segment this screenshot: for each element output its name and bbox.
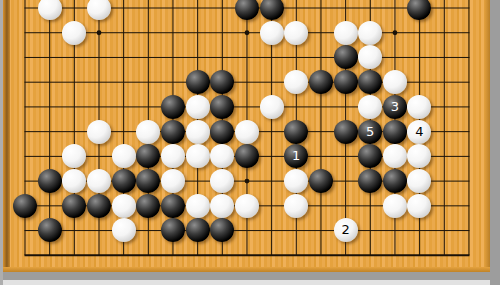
board-point[interactable] — [185, 20, 210, 45]
board-point[interactable] — [432, 70, 457, 95]
board-point[interactable] — [432, 95, 457, 120]
board-point[interactable] — [407, 193, 432, 218]
board-point[interactable] — [284, 243, 309, 268]
board-point[interactable] — [87, 20, 112, 45]
board-point[interactable] — [37, 95, 62, 120]
board-point[interactable] — [383, 169, 408, 194]
black-stone — [161, 120, 185, 144]
black-stone — [358, 169, 382, 193]
board-point[interactable] — [136, 243, 161, 268]
board-point[interactable] — [185, 70, 210, 95]
move-number-label: 3 — [391, 95, 399, 119]
board-point[interactable] — [456, 0, 481, 20]
board-point[interactable] — [432, 119, 457, 144]
black-stone — [210, 95, 234, 119]
black-stone — [235, 0, 259, 20]
board-point[interactable] — [358, 169, 383, 194]
board-point[interactable] — [210, 20, 235, 45]
board-point[interactable] — [111, 119, 136, 144]
board-point[interactable] — [309, 119, 334, 144]
white-stone — [161, 144, 185, 168]
board-point[interactable] — [333, 119, 358, 144]
board-point[interactable] — [13, 243, 38, 268]
board-point[interactable] — [136, 70, 161, 95]
white-stone — [260, 21, 284, 45]
black-stone: 5 — [358, 120, 382, 144]
board-point[interactable] — [284, 45, 309, 70]
board-point[interactable] — [111, 95, 136, 120]
board-point[interactable]: 1 — [284, 144, 309, 169]
black-stone — [161, 194, 185, 218]
board-point[interactable] — [284, 70, 309, 95]
board-point[interactable] — [432, 0, 457, 20]
white-stone — [186, 144, 210, 168]
board-point[interactable] — [456, 95, 481, 120]
board-point[interactable] — [333, 243, 358, 268]
board-point[interactable] — [136, 95, 161, 120]
board-point[interactable] — [235, 193, 260, 218]
board-point[interactable] — [309, 169, 334, 194]
board-point[interactable] — [407, 243, 432, 268]
board-point[interactable] — [259, 45, 284, 70]
white-stone — [210, 169, 234, 193]
board-point[interactable] — [13, 45, 38, 70]
board-point[interactable] — [333, 95, 358, 120]
board-point[interactable] — [358, 95, 383, 120]
board-point[interactable] — [333, 0, 358, 20]
black-stone — [210, 70, 234, 94]
board-point[interactable] — [259, 20, 284, 45]
board-point[interactable]: 2 — [333, 218, 358, 243]
board-point[interactable] — [185, 169, 210, 194]
board-point[interactable] — [111, 193, 136, 218]
move-number-label: 2 — [341, 218, 349, 242]
board-point[interactable] — [161, 243, 186, 268]
white-stone — [112, 194, 136, 218]
board-point[interactable] — [161, 20, 186, 45]
black-stone — [161, 218, 185, 242]
board-point[interactable] — [309, 0, 334, 20]
white-stone — [284, 169, 308, 193]
board-point[interactable] — [333, 70, 358, 95]
white-stone — [383, 70, 407, 94]
black-stone — [38, 218, 62, 242]
board-point[interactable] — [210, 144, 235, 169]
board-point[interactable] — [259, 119, 284, 144]
white-stone — [358, 21, 382, 45]
board-point[interactable] — [309, 193, 334, 218]
move-number-label: 1 — [292, 144, 300, 168]
white-stone — [186, 95, 210, 119]
board-point[interactable] — [284, 218, 309, 243]
board-point[interactable] — [62, 169, 87, 194]
black-stone — [235, 144, 259, 168]
white-stone — [87, 0, 111, 20]
board-point[interactable] — [456, 144, 481, 169]
board-point[interactable] — [111, 20, 136, 45]
board-point[interactable] — [185, 0, 210, 20]
black-stone — [358, 144, 382, 168]
board-point[interactable] — [37, 0, 62, 20]
white-stone — [210, 144, 234, 168]
board-point[interactable] — [62, 218, 87, 243]
board-point[interactable] — [284, 95, 309, 120]
white-stone — [62, 144, 86, 168]
board-point[interactable] — [358, 193, 383, 218]
board-point[interactable] — [383, 45, 408, 70]
board-point[interactable] — [111, 0, 136, 20]
board-point[interactable] — [235, 218, 260, 243]
white-stone — [62, 169, 86, 193]
board-point[interactable] — [87, 45, 112, 70]
black-stone — [358, 70, 382, 94]
board-point[interactable] — [37, 20, 62, 45]
board-point[interactable]: 3 — [383, 95, 408, 120]
board-point[interactable] — [456, 193, 481, 218]
board-point[interactable] — [62, 119, 87, 144]
board-point[interactable] — [309, 20, 334, 45]
board-point[interactable] — [161, 218, 186, 243]
white-stone — [235, 194, 259, 218]
board-point[interactable] — [235, 70, 260, 95]
board-point[interactable] — [284, 169, 309, 194]
board-point[interactable] — [136, 193, 161, 218]
board-point[interactable] — [383, 193, 408, 218]
board-point[interactable] — [235, 169, 260, 194]
board-point[interactable] — [136, 119, 161, 144]
board-point[interactable] — [161, 95, 186, 120]
board-point[interactable] — [37, 243, 62, 268]
black-stone — [383, 169, 407, 193]
board-point[interactable] — [62, 0, 87, 20]
black-stone — [62, 194, 86, 218]
board-point[interactable] — [235, 144, 260, 169]
board-point[interactable] — [13, 95, 38, 120]
board-point[interactable] — [432, 243, 457, 268]
board-point[interactable] — [185, 218, 210, 243]
black-stone — [383, 120, 407, 144]
board-point[interactable] — [456, 20, 481, 45]
board-point[interactable] — [111, 70, 136, 95]
board-point[interactable] — [407, 45, 432, 70]
white-stone — [407, 194, 431, 218]
board-point[interactable] — [456, 169, 481, 194]
board-point[interactable] — [284, 0, 309, 20]
black-stone — [334, 120, 358, 144]
board-point[interactable] — [259, 169, 284, 194]
board-point[interactable] — [87, 144, 112, 169]
white-stone: 2 — [334, 218, 358, 242]
white-stone — [260, 95, 284, 119]
board-point[interactable] — [62, 45, 87, 70]
board-point[interactable] — [13, 193, 38, 218]
board-point[interactable] — [136, 45, 161, 70]
board-point[interactable] — [309, 218, 334, 243]
board-point[interactable] — [87, 243, 112, 268]
white-stone — [334, 21, 358, 45]
board-point[interactable] — [13, 0, 38, 20]
black-stone — [309, 70, 333, 94]
board-point[interactable] — [136, 169, 161, 194]
white-stone — [87, 169, 111, 193]
board-point[interactable] — [111, 218, 136, 243]
board-point[interactable] — [161, 70, 186, 95]
go-board[interactable]: 35412 — [13, 0, 481, 268]
board-point[interactable] — [432, 45, 457, 70]
board-point[interactable] — [136, 218, 161, 243]
board-point[interactable] — [210, 45, 235, 70]
move-number-label: 4 — [415, 120, 423, 144]
board-point[interactable] — [13, 20, 38, 45]
board-point[interactable] — [13, 70, 38, 95]
board-point[interactable] — [235, 243, 260, 268]
board-point[interactable] — [210, 70, 235, 95]
board-point[interactable] — [333, 193, 358, 218]
board-point[interactable] — [136, 0, 161, 20]
board-point[interactable] — [62, 144, 87, 169]
board-point[interactable] — [259, 144, 284, 169]
board-point[interactable] — [456, 119, 481, 144]
board-point[interactable] — [161, 144, 186, 169]
black-stone — [407, 0, 431, 20]
black-stone — [87, 194, 111, 218]
board-point[interactable] — [309, 144, 334, 169]
board-point[interactable] — [185, 119, 210, 144]
board-point[interactable] — [407, 70, 432, 95]
board-point[interactable] — [185, 95, 210, 120]
board-point[interactable] — [185, 193, 210, 218]
board-point[interactable] — [210, 218, 235, 243]
white-stone — [62, 21, 86, 45]
board-point[interactable] — [13, 218, 38, 243]
board-point[interactable] — [284, 193, 309, 218]
white-stone — [136, 120, 160, 144]
white-stone — [358, 45, 382, 69]
black-stone — [13, 194, 37, 218]
board-point[interactable] — [62, 70, 87, 95]
board-point[interactable] — [456, 218, 481, 243]
board-point[interactable] — [37, 119, 62, 144]
board-point[interactable] — [161, 169, 186, 194]
board-point[interactable] — [456, 70, 481, 95]
board-point[interactable] — [259, 0, 284, 20]
board-point[interactable] — [87, 119, 112, 144]
board-point[interactable] — [456, 243, 481, 268]
board-point[interactable] — [407, 218, 432, 243]
board-point[interactable] — [136, 20, 161, 45]
white-stone — [284, 70, 308, 94]
board-point[interactable] — [432, 20, 457, 45]
black-stone — [136, 194, 160, 218]
board-point[interactable] — [161, 119, 186, 144]
white-stone — [358, 95, 382, 119]
board-point[interactable] — [87, 169, 112, 194]
board-point[interactable] — [235, 0, 260, 20]
board-point[interactable] — [210, 119, 235, 144]
board-point[interactable] — [136, 144, 161, 169]
board-point[interactable] — [210, 243, 235, 268]
board-point[interactable] — [235, 95, 260, 120]
board-point[interactable] — [358, 0, 383, 20]
board-point[interactable]: 5 — [358, 119, 383, 144]
board-point[interactable] — [309, 45, 334, 70]
white-stone — [407, 95, 431, 119]
board-point[interactable]: 4 — [407, 119, 432, 144]
board-point[interactable] — [87, 95, 112, 120]
white-stone — [407, 144, 431, 168]
board-point[interactable] — [309, 243, 334, 268]
board-point[interactable] — [383, 0, 408, 20]
board-point[interactable] — [309, 95, 334, 120]
board-point[interactable] — [62, 243, 87, 268]
board-point[interactable] — [432, 144, 457, 169]
white-stone — [383, 194, 407, 218]
board-point[interactable] — [210, 0, 235, 20]
board-point[interactable] — [358, 45, 383, 70]
white-stone — [87, 120, 111, 144]
board-point[interactable] — [333, 45, 358, 70]
board-point[interactable] — [432, 218, 457, 243]
board-point[interactable] — [432, 193, 457, 218]
go-board-screenshot: 35412 — [0, 0, 500, 285]
board-point[interactable] — [383, 119, 408, 144]
black-stone — [334, 70, 358, 94]
board-point[interactable] — [259, 243, 284, 268]
black-stone — [186, 218, 210, 242]
board-point[interactable] — [383, 144, 408, 169]
board-point[interactable] — [37, 193, 62, 218]
board-point[interactable] — [210, 169, 235, 194]
white-stone — [161, 169, 185, 193]
board-point[interactable] — [161, 45, 186, 70]
black-stone — [38, 169, 62, 193]
board-point[interactable] — [37, 218, 62, 243]
board-point[interactable] — [235, 20, 260, 45]
white-stone — [407, 169, 431, 193]
board-point[interactable] — [210, 193, 235, 218]
white-stone — [235, 120, 259, 144]
board-point[interactable] — [185, 144, 210, 169]
board-point[interactable] — [358, 144, 383, 169]
white-stone — [284, 194, 308, 218]
black-stone — [334, 45, 358, 69]
board-point[interactable] — [111, 45, 136, 70]
board-point[interactable] — [13, 144, 38, 169]
board-point[interactable] — [407, 144, 432, 169]
black-stone — [210, 218, 234, 242]
board-point[interactable] — [62, 193, 87, 218]
board-point[interactable] — [383, 20, 408, 45]
white-stone — [112, 144, 136, 168]
board-point[interactable] — [111, 169, 136, 194]
board-point[interactable] — [161, 0, 186, 20]
black-stone — [284, 120, 308, 144]
board-point[interactable] — [87, 0, 112, 20]
board-point[interactable] — [358, 218, 383, 243]
board-point[interactable] — [259, 193, 284, 218]
board-point[interactable] — [383, 218, 408, 243]
black-stone — [136, 169, 160, 193]
black-stone — [186, 70, 210, 94]
board-point[interactable] — [383, 70, 408, 95]
board-point[interactable] — [333, 169, 358, 194]
black-stone: 1 — [284, 144, 308, 168]
move-number-label: 5 — [366, 120, 374, 144]
board-point[interactable] — [358, 70, 383, 95]
board-point[interactable] — [333, 20, 358, 45]
white-stone — [186, 194, 210, 218]
white-stone — [186, 120, 210, 144]
board-point[interactable] — [259, 95, 284, 120]
board-point[interactable] — [259, 70, 284, 95]
board-point[interactable] — [407, 20, 432, 45]
board-point[interactable] — [407, 169, 432, 194]
board-point[interactable] — [62, 95, 87, 120]
board-point[interactable] — [358, 20, 383, 45]
board-point[interactable] — [37, 70, 62, 95]
white-stone — [284, 21, 308, 45]
board-point[interactable] — [111, 243, 136, 268]
board-point[interactable] — [235, 45, 260, 70]
board-point[interactable] — [37, 169, 62, 194]
board-point[interactable] — [456, 45, 481, 70]
board-point[interactable] — [407, 95, 432, 120]
white-stone — [383, 144, 407, 168]
board-point[interactable] — [358, 243, 383, 268]
board-point[interactable] — [87, 218, 112, 243]
board-point[interactable] — [87, 70, 112, 95]
white-stone — [112, 218, 136, 242]
board-point[interactable] — [333, 144, 358, 169]
black-stone — [112, 169, 136, 193]
board-point[interactable] — [284, 119, 309, 144]
board-point[interactable] — [161, 193, 186, 218]
board-point[interactable] — [87, 193, 112, 218]
board-point[interactable] — [259, 218, 284, 243]
white-stone — [210, 194, 234, 218]
white-stone — [38, 0, 62, 20]
board-point[interactable] — [383, 243, 408, 268]
black-stone — [309, 169, 333, 193]
board-point[interactable] — [111, 144, 136, 169]
board-point[interactable] — [407, 0, 432, 20]
board-point[interactable] — [37, 144, 62, 169]
board-point[interactable] — [185, 243, 210, 268]
board-point[interactable] — [210, 95, 235, 120]
board-point[interactable] — [309, 70, 334, 95]
board-point[interactable] — [37, 45, 62, 70]
board-point[interactable] — [235, 119, 260, 144]
board-point[interactable] — [284, 20, 309, 45]
black-stone: 3 — [383, 95, 407, 119]
white-stone: 4 — [407, 120, 431, 144]
board-point[interactable] — [432, 169, 457, 194]
board-point[interactable] — [62, 20, 87, 45]
black-stone — [260, 0, 284, 20]
black-stone — [161, 95, 185, 119]
board-point[interactable] — [185, 45, 210, 70]
board-point[interactable] — [13, 119, 38, 144]
black-stone — [210, 120, 234, 144]
board-point[interactable] — [13, 169, 38, 194]
black-stone — [136, 144, 160, 168]
